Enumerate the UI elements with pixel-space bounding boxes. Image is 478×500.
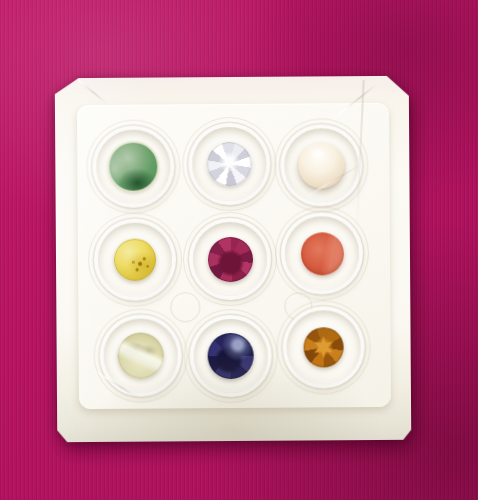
photo-background bbox=[0, 0, 478, 500]
cell-cats-eye[interactable] bbox=[86, 310, 183, 407]
gem-well bbox=[103, 318, 178, 393]
red-coral-gem-icon bbox=[300, 232, 343, 275]
gem-well bbox=[193, 222, 268, 297]
cell-diamond[interactable] bbox=[181, 118, 278, 215]
tray-body bbox=[55, 76, 412, 442]
cell-blue-sapphire[interactable] bbox=[182, 310, 279, 407]
cell-emerald[interactable] bbox=[85, 118, 182, 215]
emerald-gem-icon bbox=[109, 143, 157, 191]
gem-well bbox=[285, 216, 360, 291]
cell-pearl[interactable] bbox=[277, 117, 374, 214]
cats-eye-gem-icon bbox=[118, 332, 164, 378]
gem-well bbox=[193, 319, 268, 394]
gem-well bbox=[98, 222, 173, 297]
gem-well bbox=[192, 127, 267, 202]
cell-hessonite[interactable] bbox=[278, 309, 375, 406]
yellow-sapphire-gem-icon bbox=[114, 239, 156, 281]
cell-red-coral[interactable] bbox=[278, 213, 375, 310]
gem-well bbox=[286, 310, 361, 385]
diamond-gem-icon bbox=[207, 142, 251, 186]
cell-yellow-sapphire[interactable] bbox=[86, 214, 183, 311]
pearl-gem-icon bbox=[298, 142, 344, 188]
blue-sapphire-gem-icon bbox=[208, 333, 254, 379]
gem-tray bbox=[55, 76, 412, 442]
gem-grid bbox=[85, 117, 375, 407]
gem-well bbox=[284, 128, 359, 203]
plastic-wrap-crease bbox=[66, 70, 107, 105]
hessonite-gem-icon bbox=[303, 327, 343, 367]
gem-well bbox=[96, 129, 171, 204]
cell-ruby[interactable] bbox=[182, 214, 279, 311]
ruby-gem-icon bbox=[207, 236, 252, 281]
